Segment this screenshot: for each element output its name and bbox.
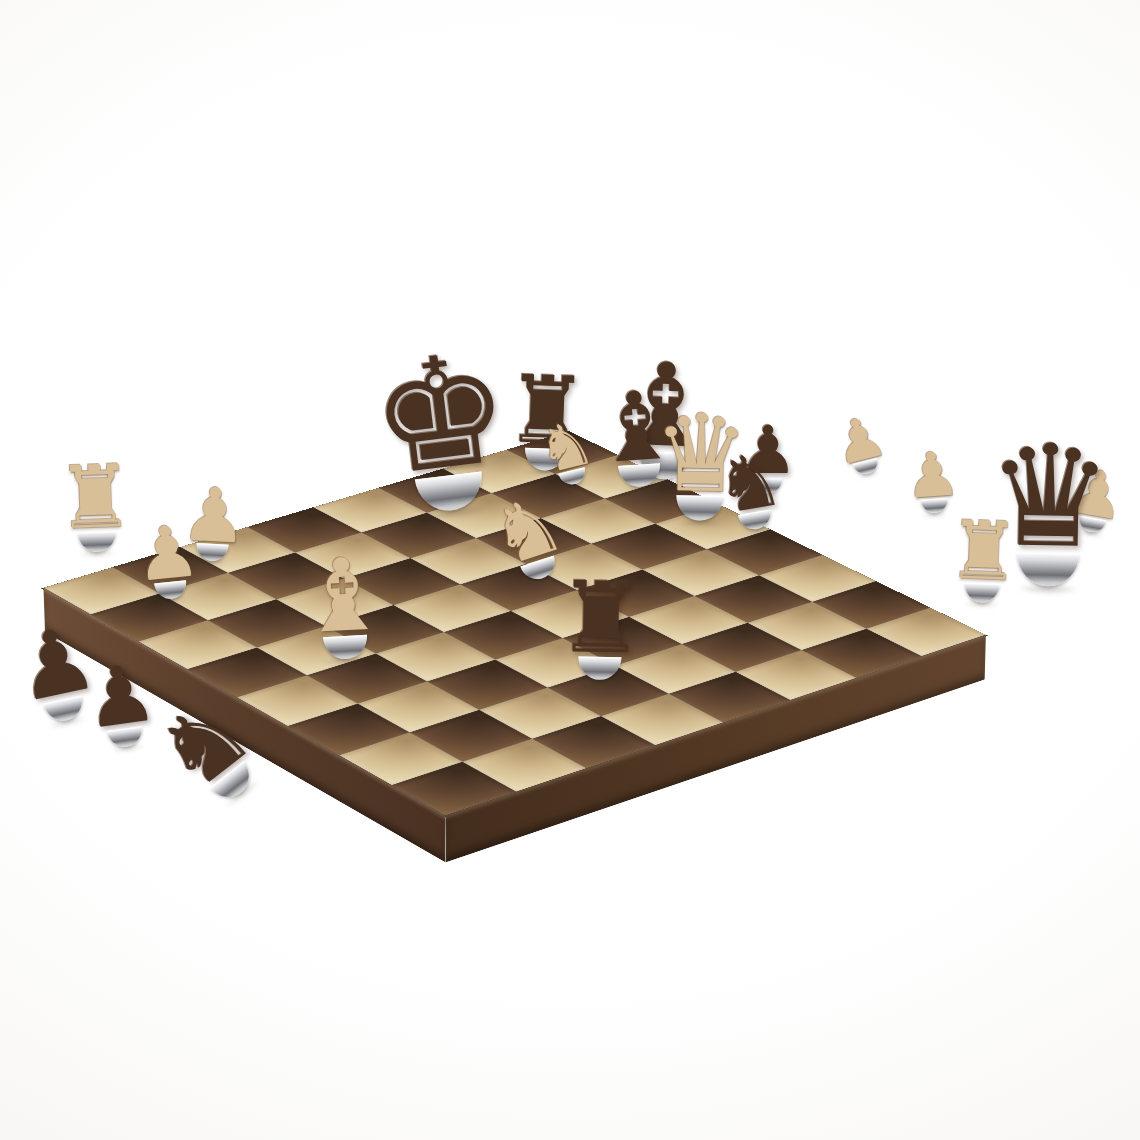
- white-rook-glyph: ♜: [55, 457, 135, 539]
- scene: ♜♟♟♝♚♜♞♞♝♝♛♟♞♜♟♟♜♛♟♟♟♞: [0, 0, 1140, 1140]
- piece-black-knight-offboard[interactable]: ♞: [141, 681, 281, 825]
- piece-shadow: [569, 675, 631, 687]
- piece-white-pawn-b7[interactable]: ♟: [132, 517, 205, 608]
- piece-white-bishop-b4[interactable]: ♝: [296, 548, 392, 669]
- piece-white-pawn-offboard[interactable]: ♟: [829, 408, 894, 484]
- white-bishop-glyph: ♝: [296, 548, 390, 645]
- black-knight-glyph: ♞: [710, 443, 788, 523]
- piece-shadow: [956, 598, 1007, 609]
- pieces-layer: ♜♟♟♝♚♜♞♞♝♝♛♟♞♜♟♟♜♛♟♟♟♞: [0, 0, 1140, 1140]
- piece-shadow: [314, 653, 377, 667]
- piece-shadow: [69, 548, 124, 559]
- white-rook-glyph: ♜: [947, 513, 1021, 589]
- piece-white-rook-a8[interactable]: ♜: [55, 457, 136, 560]
- black-king-glyph: ♚: [364, 336, 517, 492]
- black-rook-glyph: ♜: [556, 572, 645, 664]
- piece-black-rook-e2[interactable]: ♜: [556, 572, 646, 688]
- white-pawn-glyph: ♟: [903, 445, 961, 505]
- piece-white-rook-offboard[interactable]: ♜: [946, 513, 1021, 609]
- white-pawn-glyph: ♟: [132, 517, 203, 590]
